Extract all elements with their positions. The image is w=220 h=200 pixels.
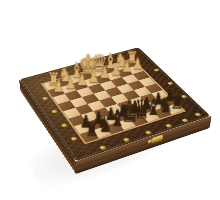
brass-stud: [145, 130, 152, 135]
brass-stud: [167, 82, 174, 86]
brass-stud: [51, 109, 58, 113]
brass-latch-knob: [148, 139, 152, 144]
brass-stud: [42, 96, 49, 100]
product-photo-scene: ♜♞♝♚♛♝♞♜♟♟♟♟♟♟♟♟♟♟♟♟♟♟♟♟♜♞♝♚♛♝♞♜: [0, 0, 220, 200]
brass-stud: [165, 124, 172, 128]
brass-stud: [61, 123, 68, 127]
brass-stud: [70, 136, 77, 141]
brass-stud: [153, 68, 159, 71]
brass-stud: [181, 118, 188, 122]
brass-stud: [123, 137, 130, 142]
brass-stud: [99, 145, 106, 150]
brass-stud: [194, 112, 201, 116]
brass-latch: [151, 135, 162, 145]
